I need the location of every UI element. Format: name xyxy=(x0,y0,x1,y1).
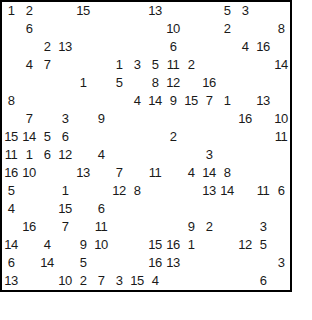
cell-r14c16[interactable] xyxy=(272,236,290,256)
cell-r5c16[interactable] xyxy=(272,74,290,93)
cell-r14c9[interactable]: 15 xyxy=(146,236,165,256)
cell-r16c7[interactable]: 3 xyxy=(110,272,129,290)
given-digit: 16 xyxy=(22,218,35,236)
cell-r12c13[interactable] xyxy=(218,200,237,220)
cell-r5c5[interactable]: 1 xyxy=(74,74,93,93)
given-digit: 6 xyxy=(26,20,33,38)
cell-r9c16[interactable] xyxy=(272,146,290,165)
cell-r5c10[interactable]: 12 xyxy=(164,74,183,93)
cell-r6c14[interactable] xyxy=(236,92,255,112)
cell-r6c12[interactable]: 7 xyxy=(200,92,219,112)
cell-r2c14[interactable] xyxy=(236,20,255,40)
cell-r14c12[interactable] xyxy=(200,236,219,256)
cell-r10c11[interactable]: 4 xyxy=(182,164,201,184)
given-digit: 15 xyxy=(76,2,89,20)
cell-r8c12[interactable] xyxy=(200,128,219,148)
cell-r5c2[interactable] xyxy=(20,74,39,93)
given-digit: 6 xyxy=(278,182,285,200)
cell-r14c3[interactable]: 4 xyxy=(38,236,57,256)
cell-r6c10[interactable]: 9 xyxy=(164,92,183,112)
cell-r12c1[interactable]: 4 xyxy=(2,200,21,220)
cell-r9c9[interactable] xyxy=(146,146,165,165)
given-digit: 9 xyxy=(170,92,177,110)
given-digit: 3 xyxy=(134,56,141,74)
given-digit: 10 xyxy=(274,110,287,128)
cell-r10c12[interactable]: 14 xyxy=(200,164,219,184)
cell-r13c15[interactable]: 3 xyxy=(254,218,273,237)
cell-r1c9[interactable]: 13 xyxy=(146,2,165,21)
cell-r16c1[interactable]: 13 xyxy=(2,272,21,290)
cell-r15c16[interactable]: 3 xyxy=(272,254,290,273)
cell-r4c10[interactable]: 11 xyxy=(164,56,183,76)
cell-r5c14[interactable] xyxy=(236,74,255,93)
cell-r1c12[interactable] xyxy=(200,2,219,21)
cell-r7c6[interactable]: 9 xyxy=(92,110,111,129)
cell-r15c5[interactable]: 5 xyxy=(74,254,93,273)
cell-r7c1[interactable] xyxy=(2,110,21,129)
cell-r7c9[interactable] xyxy=(146,110,165,129)
given-digit: 2 xyxy=(44,38,51,56)
cell-r15c15[interactable] xyxy=(254,254,273,273)
cell-r4c4[interactable] xyxy=(56,56,75,76)
cell-r10c1[interactable]: 16 xyxy=(2,164,21,184)
cell-r6c2[interactable] xyxy=(20,92,39,112)
cell-r16c8[interactable]: 15 xyxy=(128,272,148,290)
cell-r8c6[interactable] xyxy=(92,128,111,148)
cell-r6c13[interactable]: 1 xyxy=(218,92,237,112)
cell-r10c7[interactable]: 7 xyxy=(110,164,129,184)
given-digit: 4 xyxy=(188,164,195,182)
cell-r1c2[interactable]: 2 xyxy=(20,2,39,21)
given-digit: 12 xyxy=(112,182,125,200)
cell-r12c4[interactable]: 15 xyxy=(56,200,75,220)
cell-r3c10[interactable]: 6 xyxy=(164,38,183,57)
cell-r14c14[interactable]: 12 xyxy=(236,236,255,256)
given-digit: 10 xyxy=(22,164,35,182)
cell-r8c10[interactable]: 2 xyxy=(164,128,183,148)
cell-r3c13[interactable] xyxy=(218,38,237,57)
cell-r4c13[interactable] xyxy=(218,56,237,76)
given-digit: 14 xyxy=(4,236,17,254)
cell-r2c13[interactable]: 2 xyxy=(218,20,237,40)
cell-r13c14[interactable] xyxy=(236,218,255,237)
cell-r14c1[interactable]: 14 xyxy=(2,236,21,256)
cell-r9c13[interactable] xyxy=(218,146,237,165)
given-digit: 1 xyxy=(8,2,15,20)
cell-r7c8[interactable] xyxy=(128,110,148,129)
given-digit: 13 xyxy=(4,272,17,290)
cell-r10c5[interactable]: 13 xyxy=(74,164,93,184)
cell-r8c5[interactable] xyxy=(74,128,93,148)
cell-r5c6[interactable] xyxy=(92,74,111,93)
cell-r9c5[interactable] xyxy=(74,146,93,165)
cell-r15c3[interactable]: 14 xyxy=(38,254,57,273)
cell-r6c11[interactable]: 15 xyxy=(182,92,201,112)
cell-r7c7[interactable] xyxy=(110,110,129,129)
cell-r12c12[interactable] xyxy=(200,200,219,220)
cell-r2c12[interactable] xyxy=(200,20,219,40)
given-digit: 15 xyxy=(4,128,17,146)
cell-r11c14[interactable] xyxy=(236,182,255,201)
cell-r4c14[interactable] xyxy=(236,56,255,76)
cell-r7c4[interactable]: 3 xyxy=(56,110,75,129)
cell-r14c8[interactable] xyxy=(128,236,148,256)
cell-r16c6[interactable]: 7 xyxy=(92,272,111,290)
cell-r13c6[interactable]: 11 xyxy=(92,218,111,237)
cell-r15c6[interactable] xyxy=(92,254,111,273)
cell-r15c8[interactable] xyxy=(128,254,148,273)
cell-r15c9[interactable]: 16 xyxy=(146,254,165,273)
cell-r10c2[interactable]: 10 xyxy=(20,164,39,184)
cell-r6c15[interactable]: 13 xyxy=(254,92,273,112)
cell-r10c8[interactable] xyxy=(128,164,148,184)
cell-r3c14[interactable]: 4 xyxy=(236,38,255,57)
cell-r13c4[interactable]: 7 xyxy=(56,218,75,237)
cell-r8c4[interactable]: 6 xyxy=(56,128,75,148)
cell-r3c16[interactable] xyxy=(272,38,290,57)
cell-r14c13[interactable] xyxy=(218,236,237,256)
given-digit: 8 xyxy=(134,182,141,200)
cell-r5c1[interactable] xyxy=(2,74,21,93)
cell-r11c15[interactable]: 11 xyxy=(254,182,273,201)
cell-r10c14[interactable] xyxy=(236,164,255,184)
cell-r11c2[interactable] xyxy=(20,182,39,201)
cell-r1c6[interactable] xyxy=(92,2,111,21)
cell-r12c7[interactable] xyxy=(110,200,129,220)
cell-r16c3[interactable] xyxy=(38,272,57,290)
cell-r13c16[interactable] xyxy=(272,218,290,237)
cell-r6c8[interactable]: 4 xyxy=(128,92,148,112)
cell-r9c15[interactable] xyxy=(254,146,273,165)
cell-r7c3[interactable] xyxy=(38,110,57,129)
given-digit: 1 xyxy=(116,56,123,74)
cell-r5c8[interactable] xyxy=(128,74,148,93)
cell-r16c9[interactable]: 4 xyxy=(146,272,165,290)
cell-r1c15[interactable] xyxy=(254,2,273,21)
cell-r13c9[interactable] xyxy=(146,218,165,237)
cell-r9c11[interactable] xyxy=(182,146,201,165)
cell-r5c11[interactable] xyxy=(182,74,201,93)
cell-r8c9[interactable] xyxy=(146,128,165,148)
cell-r13c2[interactable]: 16 xyxy=(20,218,39,237)
cell-r1c8[interactable] xyxy=(128,2,148,21)
cell-r3c4[interactable]: 13 xyxy=(56,38,75,57)
cell-r2c3[interactable] xyxy=(38,20,57,40)
cell-r9c1[interactable]: 11 xyxy=(2,146,21,165)
cell-r14c6[interactable]: 10 xyxy=(92,236,111,256)
cell-r1c14[interactable]: 3 xyxy=(236,2,255,21)
cell-r1c5[interactable]: 15 xyxy=(74,2,93,21)
cell-r4c2[interactable]: 4 xyxy=(20,56,39,76)
cell-r7c12[interactable] xyxy=(200,110,219,129)
cell-r1c4[interactable] xyxy=(56,2,75,21)
cell-r10c16[interactable] xyxy=(272,164,290,184)
cell-r6c5[interactable] xyxy=(74,92,93,112)
cell-r11c6[interactable] xyxy=(92,182,111,201)
cell-r3c2[interactable] xyxy=(20,38,39,57)
given-digit: 11 xyxy=(149,164,162,182)
cell-r8c14[interactable] xyxy=(236,128,255,148)
cell-r10c13[interactable]: 8 xyxy=(218,164,237,184)
cell-r16c2[interactable] xyxy=(20,272,39,290)
cell-r8c1[interactable]: 15 xyxy=(2,128,21,148)
cell-r4c5[interactable] xyxy=(74,56,93,76)
cell-r8c2[interactable]: 14 xyxy=(20,128,39,148)
cell-r12c3[interactable] xyxy=(38,200,57,220)
cell-r14c5[interactable]: 9 xyxy=(74,236,93,256)
cell-r16c4[interactable]: 10 xyxy=(56,272,75,290)
cell-r9c14[interactable] xyxy=(236,146,255,165)
cell-r16c13[interactable] xyxy=(218,272,237,290)
cell-r8c13[interactable] xyxy=(218,128,237,148)
cell-r9c3[interactable]: 6 xyxy=(38,146,57,165)
cell-r12c9[interactable] xyxy=(146,200,165,220)
cell-r6c4[interactable] xyxy=(56,92,75,112)
given-digit: 8 xyxy=(278,20,285,38)
cell-r11c16[interactable]: 6 xyxy=(272,182,290,201)
cell-r15c4[interactable] xyxy=(56,254,75,273)
given-digit: 12 xyxy=(166,74,179,92)
given-digit: 1 xyxy=(62,182,69,200)
cell-r11c3[interactable] xyxy=(38,182,57,201)
cell-r13c8[interactable] xyxy=(128,218,148,237)
cell-r4c1[interactable] xyxy=(2,56,21,76)
cell-r14c2[interactable] xyxy=(20,236,39,256)
cell-r11c5[interactable] xyxy=(74,182,93,201)
cell-r11c7[interactable]: 12 xyxy=(110,182,129,201)
cell-r13c11[interactable]: 9 xyxy=(182,218,201,237)
cell-r8c15[interactable] xyxy=(254,128,273,148)
cell-r5c13[interactable] xyxy=(218,74,237,93)
cell-r3c12[interactable] xyxy=(200,38,219,57)
cell-r11c9[interactable] xyxy=(146,182,165,201)
cell-r14c11[interactable]: 1 xyxy=(182,236,201,256)
cell-r16c5[interactable]: 2 xyxy=(74,272,93,290)
given-digit: 2 xyxy=(188,56,195,74)
given-digit: 7 xyxy=(98,272,105,290)
given-digit: 5 xyxy=(80,254,87,272)
cell-r13c3[interactable] xyxy=(38,218,57,237)
cell-r1c13[interactable]: 5 xyxy=(218,2,237,21)
cell-r12c14[interactable] xyxy=(236,200,255,220)
cell-r3c3[interactable]: 2 xyxy=(38,38,57,57)
cell-r5c15[interactable] xyxy=(254,74,273,93)
cell-r11c10[interactable] xyxy=(164,182,183,201)
cell-r3c11[interactable] xyxy=(182,38,201,57)
cell-r6c9[interactable]: 14 xyxy=(146,92,165,112)
cell-r15c7[interactable] xyxy=(110,254,129,273)
cell-r3c6[interactable] xyxy=(92,38,111,57)
cell-r2c4[interactable] xyxy=(56,20,75,40)
cell-r14c4[interactable] xyxy=(56,236,75,256)
cell-r3c8[interactable] xyxy=(128,38,148,57)
cell-r14c7[interactable] xyxy=(110,236,129,256)
cell-r9c12[interactable]: 3 xyxy=(200,146,219,165)
cell-r11c4[interactable]: 1 xyxy=(56,182,75,201)
cell-r1c16[interactable] xyxy=(272,2,290,21)
cell-r13c1[interactable] xyxy=(2,218,21,237)
given-digit: 4 xyxy=(26,56,33,74)
cell-r9c2[interactable]: 1 xyxy=(20,146,39,165)
cell-r4c9[interactable]: 5 xyxy=(146,56,165,76)
cell-r10c9[interactable]: 11 xyxy=(146,164,165,184)
cell-r6c6[interactable] xyxy=(92,92,111,112)
cell-r8c7[interactable] xyxy=(110,128,129,148)
cell-r2c15[interactable] xyxy=(254,20,273,40)
given-digit: 13 xyxy=(256,92,269,110)
cell-r7c13[interactable] xyxy=(218,110,237,129)
cell-r16c12[interactable] xyxy=(200,272,219,290)
cell-r1c10[interactable] xyxy=(164,2,183,21)
cell-r4c12[interactable] xyxy=(200,56,219,76)
cell-r1c7[interactable] xyxy=(110,2,129,21)
cell-r11c11[interactable] xyxy=(182,182,201,201)
cell-r5c4[interactable] xyxy=(56,74,75,93)
given-digit: 16 xyxy=(202,74,215,92)
cell-r3c1[interactable] xyxy=(2,38,21,57)
given-digit: 4 xyxy=(8,200,15,218)
cell-r5c12[interactable]: 16 xyxy=(200,74,219,93)
cell-r10c6[interactable] xyxy=(92,164,111,184)
cell-r7c14[interactable]: 16 xyxy=(236,110,255,129)
cell-r2c2[interactable]: 6 xyxy=(20,20,39,40)
given-digit: 3 xyxy=(260,218,267,236)
cell-r15c12[interactable] xyxy=(200,254,219,273)
cell-r9c6[interactable]: 4 xyxy=(92,146,111,165)
cell-r5c9[interactable]: 8 xyxy=(146,74,165,93)
cell-r10c3[interactable] xyxy=(38,164,57,184)
given-digit: 9 xyxy=(80,236,87,254)
cell-r9c4[interactable]: 12 xyxy=(56,146,75,165)
cell-r6c16[interactable] xyxy=(272,92,290,112)
cell-r2c11[interactable] xyxy=(182,20,201,40)
given-digit: 11 xyxy=(95,218,108,236)
cell-r12c5[interactable] xyxy=(74,200,93,220)
cell-r10c15[interactable] xyxy=(254,164,273,184)
cell-r7c2[interactable]: 7 xyxy=(20,110,39,129)
cell-r16c10[interactable] xyxy=(164,272,183,290)
cell-r7c5[interactable] xyxy=(74,110,93,129)
cell-r8c8[interactable] xyxy=(128,128,148,148)
cell-r12c11[interactable] xyxy=(182,200,201,220)
cell-r7c15[interactable] xyxy=(254,110,273,129)
cell-r15c10[interactable]: 13 xyxy=(164,254,183,273)
cell-r14c10[interactable]: 16 xyxy=(164,236,183,256)
cell-r4c16[interactable]: 14 xyxy=(272,56,290,76)
cell-r1c3[interactable] xyxy=(38,2,57,21)
given-digit: 12 xyxy=(58,146,71,164)
cell-r6c7[interactable] xyxy=(110,92,129,112)
given-digit: 5 xyxy=(152,56,159,74)
cell-r8c11[interactable] xyxy=(182,128,201,148)
cell-r8c3[interactable]: 5 xyxy=(38,128,57,148)
given-digit: 2 xyxy=(224,20,231,38)
cell-r15c1[interactable]: 6 xyxy=(2,254,21,273)
cell-r11c1[interactable]: 5 xyxy=(2,182,21,201)
cell-r7c10[interactable] xyxy=(164,110,183,129)
given-digit: 5 xyxy=(224,2,231,20)
cell-r9c7[interactable] xyxy=(110,146,129,165)
cell-r2c5[interactable] xyxy=(74,20,93,40)
cell-r3c5[interactable] xyxy=(74,38,93,57)
cell-r16c14[interactable] xyxy=(236,272,255,290)
cell-r5c7[interactable]: 5 xyxy=(110,74,129,93)
given-digit: 7 xyxy=(44,56,51,74)
cell-r9c8[interactable] xyxy=(128,146,148,165)
cell-r12c8[interactable] xyxy=(128,200,148,220)
cell-r15c14[interactable] xyxy=(236,254,255,273)
cell-r16c16[interactable] xyxy=(272,272,290,290)
cell-r13c12[interactable]: 2 xyxy=(200,218,219,237)
cell-r1c1[interactable]: 1 xyxy=(2,2,21,21)
given-digit: 3 xyxy=(242,2,249,20)
cell-r3c7[interactable] xyxy=(110,38,129,57)
cell-r13c7[interactable] xyxy=(110,218,129,237)
given-digit: 3 xyxy=(62,110,69,128)
given-digit: 2 xyxy=(170,128,177,146)
cell-r2c16[interactable]: 8 xyxy=(272,20,290,40)
cell-r11c8[interactable]: 8 xyxy=(128,182,148,201)
cell-r4c15[interactable] xyxy=(254,56,273,76)
cell-r4c8[interactable]: 3 xyxy=(128,56,148,76)
cell-r16c15[interactable]: 6 xyxy=(254,272,273,290)
cell-r12c10[interactable] xyxy=(164,200,183,220)
cell-r3c9[interactable] xyxy=(146,38,165,57)
cell-r2c6[interactable] xyxy=(92,20,111,40)
cell-r16c11[interactable] xyxy=(182,272,201,290)
cell-r13c13[interactable] xyxy=(218,218,237,237)
cell-r12c16[interactable] xyxy=(272,200,290,220)
given-digit: 8 xyxy=(224,164,231,182)
cell-r10c4[interactable] xyxy=(56,164,75,184)
cell-r9c10[interactable] xyxy=(164,146,183,165)
cell-r4c3[interactable]: 7 xyxy=(38,56,57,76)
cell-r15c2[interactable] xyxy=(20,254,39,273)
cell-r13c5[interactable] xyxy=(74,218,93,237)
cell-r13c10[interactable] xyxy=(164,218,183,237)
cell-r7c11[interactable] xyxy=(182,110,201,129)
cell-r11c13[interactable]: 14 xyxy=(218,182,237,201)
given-digit: 13 xyxy=(76,164,89,182)
cell-r14c15[interactable]: 5 xyxy=(254,236,273,256)
cell-r2c1[interactable] xyxy=(2,20,21,40)
cell-r6c1[interactable]: 8 xyxy=(2,92,21,112)
cell-r4c11[interactable]: 2 xyxy=(182,56,201,76)
cell-r15c13[interactable] xyxy=(218,254,237,273)
cell-r1c11[interactable] xyxy=(182,2,201,21)
cell-r8c16[interactable]: 11 xyxy=(272,128,290,148)
cell-r2c10[interactable]: 10 xyxy=(164,20,183,40)
cell-r5c3[interactable] xyxy=(38,74,57,93)
cell-r4c6[interactable] xyxy=(92,56,111,76)
given-digit: 14 xyxy=(40,254,53,272)
cell-r12c6[interactable]: 6 xyxy=(92,200,111,220)
cell-r2c8[interactable] xyxy=(128,20,148,40)
cell-r6c3[interactable] xyxy=(38,92,57,112)
cell-r2c9[interactable] xyxy=(146,20,165,40)
cell-r7c16[interactable]: 10 xyxy=(272,110,290,129)
cell-r4c7[interactable]: 1 xyxy=(110,56,129,76)
cell-r3c15[interactable]: 16 xyxy=(254,38,273,57)
cell-r10c10[interactable] xyxy=(164,164,183,184)
cell-r15c11[interactable] xyxy=(182,254,201,273)
cell-r2c7[interactable] xyxy=(110,20,129,40)
given-digit: 1 xyxy=(224,92,231,110)
cell-r11c12[interactable]: 13 xyxy=(200,182,219,201)
cell-r12c2[interactable] xyxy=(20,200,39,220)
cell-r12c15[interactable] xyxy=(254,200,273,220)
given-digit: 16 xyxy=(166,236,179,254)
